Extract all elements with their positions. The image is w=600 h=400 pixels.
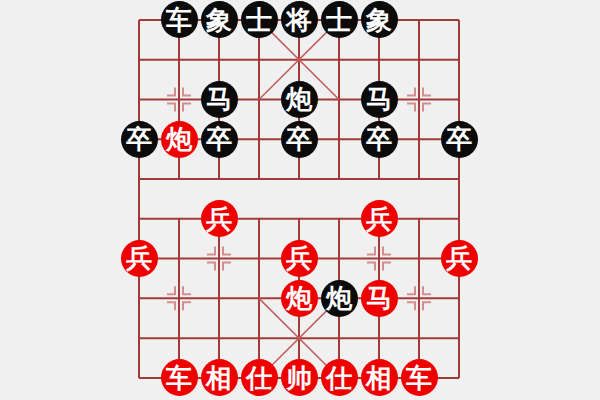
red-soldier[interactable]: 兵 — [441, 240, 478, 277]
red-soldier[interactable]: 兵 — [201, 200, 238, 237]
red-general[interactable]: 帅 — [281, 359, 318, 396]
red-elephant[interactable]: 相 — [361, 359, 398, 396]
black-cannon[interactable]: 炮 — [321, 280, 358, 317]
red-chariot[interactable]: 车 — [161, 359, 198, 396]
black-soldier[interactable]: 卒 — [201, 121, 238, 158]
black-elephant[interactable]: 象 — [201, 1, 238, 38]
black-advisor[interactable]: 士 — [241, 1, 278, 38]
red-advisor[interactable]: 仕 — [241, 359, 278, 396]
red-advisor[interactable]: 仕 — [321, 359, 358, 396]
black-soldier[interactable]: 卒 — [361, 121, 398, 158]
black-chariot[interactable]: 车 — [161, 1, 198, 38]
black-elephant[interactable]: 象 — [361, 1, 398, 38]
pieces-layer: 车象士将士象马炮马卒炮卒卒卒卒兵兵兵兵兵炮炮马车相仕帅仕相车 — [119, 0, 479, 398]
black-soldier[interactable]: 卒 — [281, 121, 318, 158]
black-horse[interactable]: 马 — [201, 81, 238, 118]
app-background: 车象士将士象马炮马卒炮卒卒卒卒兵兵兵兵兵炮炮马车相仕帅仕相车 — [0, 0, 600, 400]
red-soldier[interactable]: 兵 — [361, 200, 398, 237]
red-cannon[interactable]: 炮 — [161, 121, 198, 158]
red-soldier[interactable]: 兵 — [281, 240, 318, 277]
black-horse[interactable]: 马 — [361, 81, 398, 118]
black-general[interactable]: 将 — [281, 1, 318, 38]
red-chariot[interactable]: 车 — [401, 359, 438, 396]
black-soldier[interactable]: 卒 — [121, 121, 158, 158]
red-soldier[interactable]: 兵 — [121, 240, 158, 277]
black-advisor[interactable]: 士 — [321, 1, 358, 38]
red-horse[interactable]: 马 — [361, 280, 398, 317]
black-cannon[interactable]: 炮 — [281, 81, 318, 118]
red-elephant[interactable]: 相 — [201, 359, 238, 396]
red-cannon[interactable]: 炮 — [281, 280, 318, 317]
xiangqi-board: 车象士将士象马炮马卒炮卒卒卒卒兵兵兵兵兵炮炮马车相仕帅仕相车 — [119, 0, 479, 398]
black-soldier[interactable]: 卒 — [441, 121, 478, 158]
